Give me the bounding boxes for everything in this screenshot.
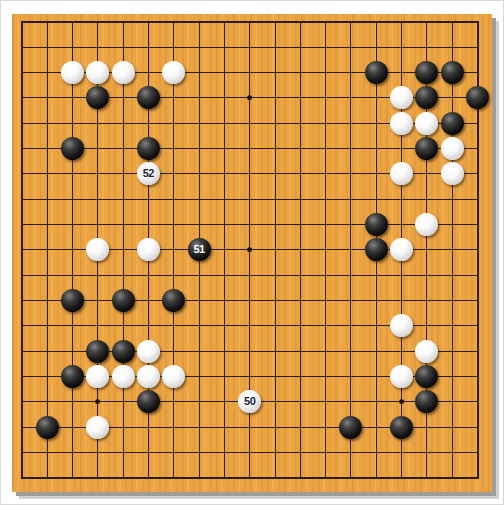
stone-black: 51 <box>188 238 211 261</box>
grid-line-horizontal <box>21 452 479 453</box>
stone-black <box>365 213 388 236</box>
stone-black <box>415 86 438 109</box>
stone-white <box>415 112 438 135</box>
stone-white <box>137 340 160 363</box>
stone-white <box>162 61 185 84</box>
stone-black <box>415 365 438 388</box>
grid-line-horizontal <box>21 300 479 301</box>
grid-line-vertical <box>275 21 276 479</box>
stone-white <box>86 416 109 439</box>
move-number-label: 52 <box>143 162 154 185</box>
stone-black <box>415 390 438 413</box>
stone-white <box>86 61 109 84</box>
board-frame: 525150 <box>0 0 504 505</box>
stone-black <box>137 86 160 109</box>
stone-black <box>162 289 185 312</box>
grid-line-vertical <box>325 21 326 479</box>
grid-line-vertical <box>350 21 351 479</box>
stone-black <box>365 238 388 261</box>
grid-line-vertical <box>452 21 453 479</box>
stone-black <box>415 137 438 160</box>
stone-black <box>441 61 464 84</box>
move-number-label: 51 <box>193 238 204 261</box>
stone-white <box>86 365 109 388</box>
stone-white <box>390 162 413 185</box>
star-point <box>247 247 252 252</box>
stone-black <box>441 112 464 135</box>
stone-black <box>86 86 109 109</box>
stone-white <box>390 365 413 388</box>
stone-black <box>112 289 135 312</box>
stone-white <box>441 162 464 185</box>
stone-white <box>415 213 438 236</box>
star-point <box>95 399 100 404</box>
star-point <box>247 95 252 100</box>
stone-black <box>390 416 413 439</box>
grid-line-horizontal <box>21 477 479 479</box>
stone-black <box>86 340 109 363</box>
stone-white <box>162 365 185 388</box>
stone-black <box>61 289 84 312</box>
stone-white <box>390 314 413 337</box>
stone-black <box>137 137 160 160</box>
stone-white <box>441 137 464 160</box>
grid-line-vertical <box>300 21 301 479</box>
stone-black <box>466 86 489 109</box>
star-point <box>399 399 404 404</box>
stone-black <box>415 61 438 84</box>
stone-white <box>86 238 109 261</box>
stone-black <box>339 416 362 439</box>
stone-black <box>61 365 84 388</box>
stone-white <box>112 61 135 84</box>
stone-white <box>390 238 413 261</box>
stone-white <box>137 365 160 388</box>
stone-black <box>365 61 388 84</box>
stone-black <box>137 390 160 413</box>
grid-line-horizontal <box>21 275 479 276</box>
stone-white: 52 <box>137 162 160 185</box>
stone-white <box>390 112 413 135</box>
stone-white <box>61 61 84 84</box>
stone-black <box>61 137 84 160</box>
stone-black <box>36 416 59 439</box>
stone-white <box>415 340 438 363</box>
stone-white <box>137 238 160 261</box>
stone-white: 50 <box>238 390 261 413</box>
stone-white <box>112 365 135 388</box>
stone-white <box>390 86 413 109</box>
go-board[interactable]: 525150 <box>12 14 492 492</box>
move-number-label: 50 <box>244 390 255 413</box>
stone-black <box>112 340 135 363</box>
